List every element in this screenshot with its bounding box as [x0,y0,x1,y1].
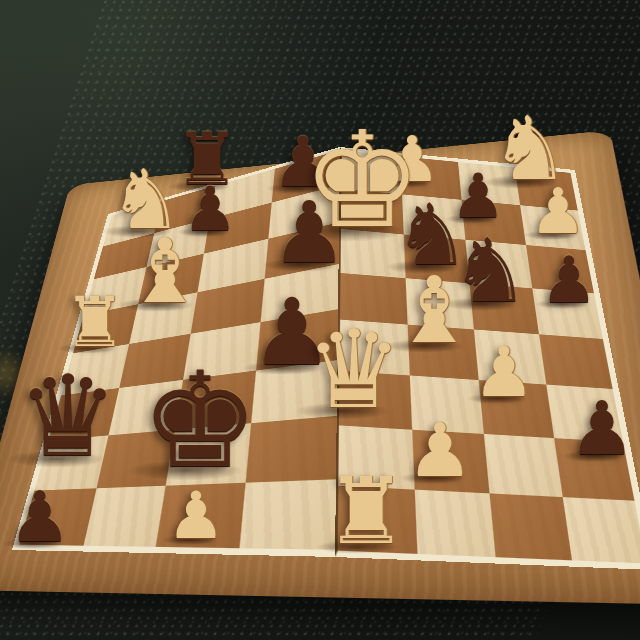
piece-white-B-f4[interactable]: ♝ [393,265,475,357]
piece-white-P-h7[interactable]: ♟ [530,180,586,243]
square-g1[interactable] [489,493,572,560]
piece-white-R-e1[interactable]: ♜ [325,466,407,558]
piece-white-P-c1[interactable]: ♟ [167,483,225,548]
piece-white-R-a5[interactable]: ♜ [64,288,126,357]
square-g2[interactable] [484,434,563,497]
piece-white-Q-e3[interactable]: ♛ [306,316,403,424]
piece-black-P-g5[interactable]: ♟ [540,248,597,312]
piece-black-K-c2[interactable]: ♚ [141,354,259,486]
piece-black-Q-a2[interactable]: ♛ [18,360,118,472]
square-f1[interactable] [415,489,496,557]
piece-white-P-g3[interactable]: ♟ [473,338,535,407]
piece-white-P-f2[interactable]: ♟ [407,413,473,487]
piece-black-P-h2[interactable]: ♟ [569,391,635,465]
square-h1[interactable] [563,497,640,564]
piece-black-P-d6[interactable]: ♟ [271,190,347,275]
square-h4[interactable] [539,334,613,388]
piece-black-P-a1[interactable]: ♟ [9,482,72,552]
piece-white-B-b6[interactable]: ♝ [125,227,205,316]
